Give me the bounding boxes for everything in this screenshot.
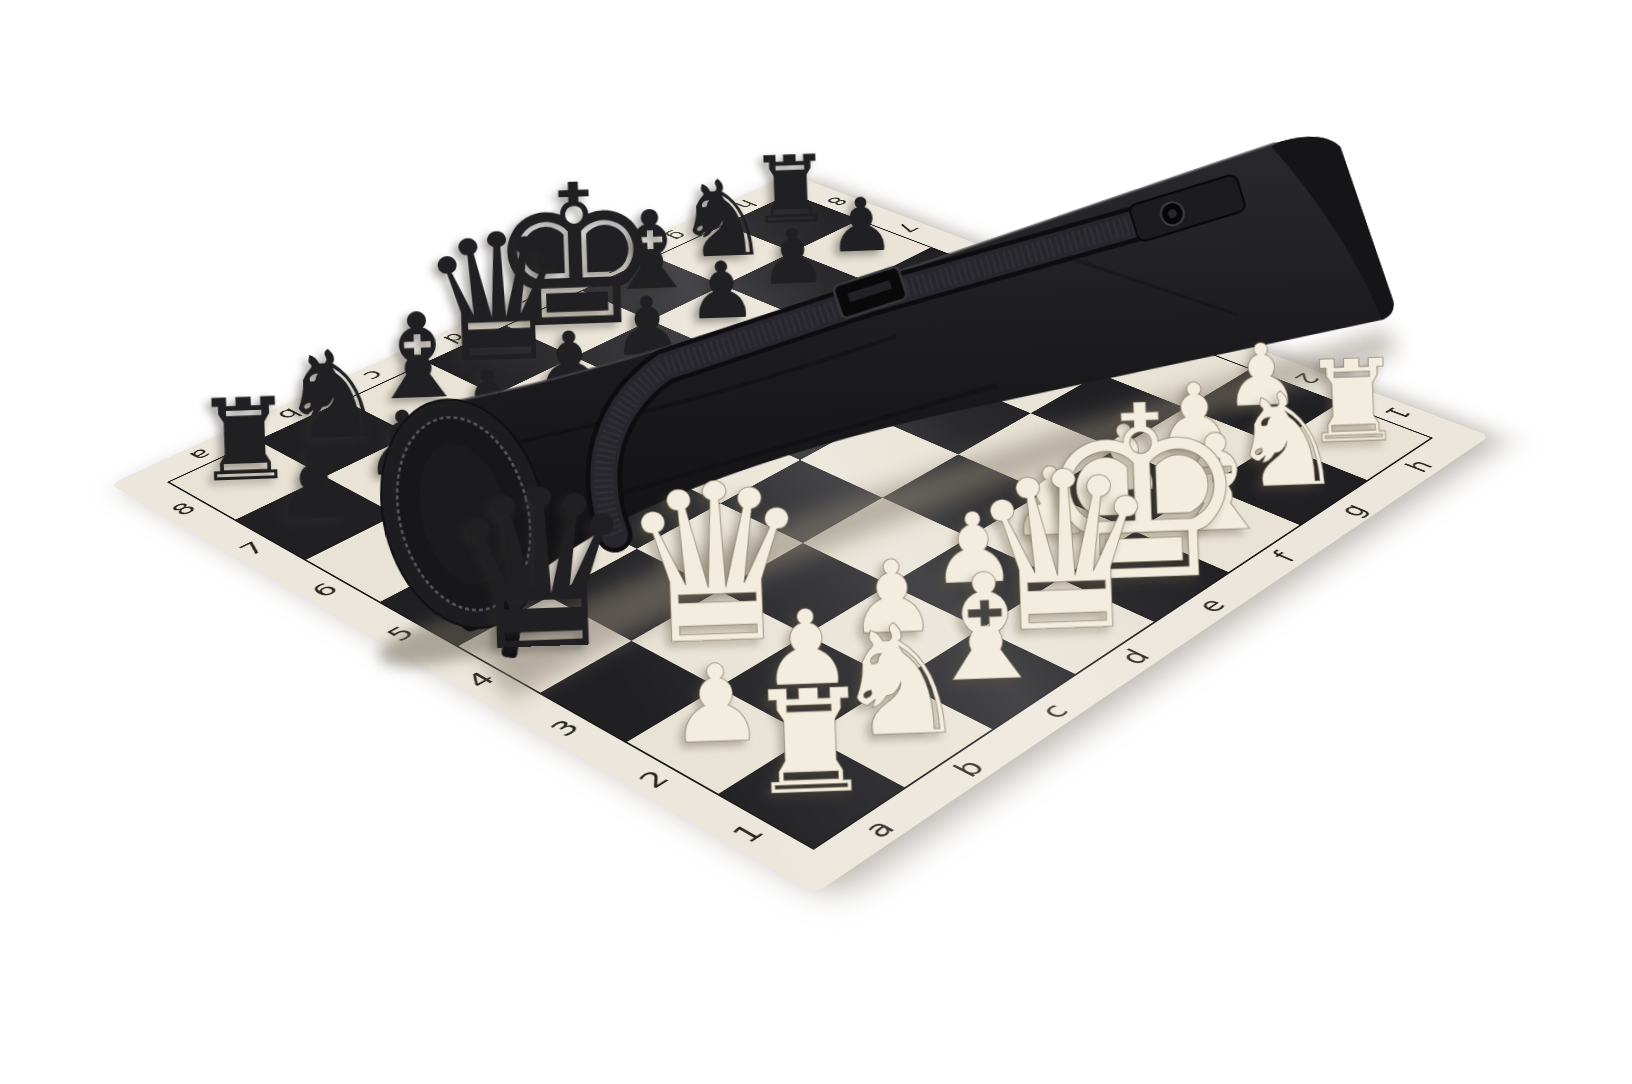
rank-label-left-2: 2 — [632, 767, 674, 792]
snap-button-icon — [1158, 199, 1187, 228]
file-label-bottom-c: c — [1034, 700, 1074, 722]
rank-label-left-8: 8 — [166, 500, 201, 518]
file-label-bottom-b: b — [947, 756, 990, 781]
file-label-top-g: g — [662, 229, 693, 242]
file-label-bottom-d: d — [1114, 646, 1155, 668]
file-label-bottom-f: f — [1267, 548, 1301, 564]
rank-label-left-3: 3 — [544, 716, 585, 740]
rank-label-right-4: 4 — [1119, 307, 1153, 322]
rank-label-left-1: 1 — [726, 820, 770, 846]
bag-end-fold — [1271, 134, 1394, 323]
product-photo-scene: aabbccddeeffgghh1122334455667788 ♜♞♝♛♚♝♞… — [0, 0, 1632, 1084]
snap-button-center — [1167, 208, 1178, 219]
chess-mat: aabbccddeeffgghh1122334455667788 — [110, 174, 1489, 894]
rank-label-left-5: 5 — [381, 623, 419, 644]
rank-label-right-7: 7 — [891, 221, 922, 234]
file-label-top-c: c — [358, 368, 389, 383]
file-label-top-f: f — [593, 263, 619, 274]
strap-end-tab — [1128, 174, 1246, 243]
file-label-bottom-h: h — [1400, 457, 1438, 475]
rank-label-left-6: 6 — [306, 580, 343, 600]
rank-label-right-8: 8 — [821, 195, 852, 208]
rank-label-right-5: 5 — [1040, 277, 1073, 291]
file-label-top-h: h — [730, 198, 760, 211]
file-label-bottom-a: a — [857, 816, 901, 842]
file-label-bottom-g: g — [1333, 501, 1372, 520]
rank-label-right-6: 6 — [964, 248, 996, 262]
rank-label-left-4: 4 — [460, 668, 500, 690]
file-label-bottom-e: e — [1191, 595, 1231, 616]
rank-label-left-7: 7 — [234, 539, 270, 558]
